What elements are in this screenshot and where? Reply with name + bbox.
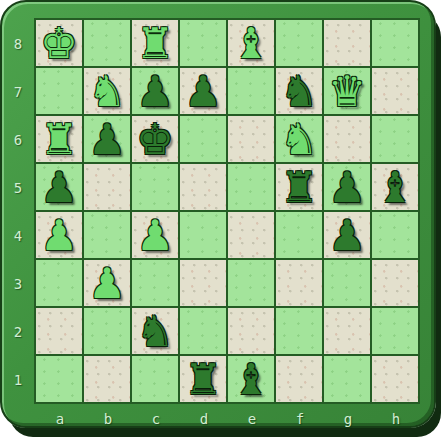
piece-dark-knight-c2[interactable]: ♞ [132, 308, 178, 354]
rank-label-6: 6 [2, 116, 34, 164]
square-a3[interactable] [36, 260, 82, 306]
square-a2[interactable] [36, 308, 82, 354]
square-d1[interactable]: ♜ [180, 356, 226, 402]
square-b6[interactable]: ♟ [84, 116, 130, 162]
piece-light-king-a8[interactable]: ♚ [36, 20, 82, 66]
square-c5[interactable] [132, 164, 178, 210]
square-f2[interactable] [276, 308, 322, 354]
square-f8[interactable] [276, 20, 322, 66]
square-a5[interactable]: ♟ [36, 164, 82, 210]
square-a1[interactable] [36, 356, 82, 402]
square-f1[interactable] [276, 356, 322, 402]
square-f4[interactable] [276, 212, 322, 258]
square-a4[interactable]: ♟ [36, 212, 82, 258]
piece-light-pawn-b3[interactable]: ♟ [84, 260, 130, 306]
file-label-d: d [180, 406, 228, 432]
board-frame: 87654321 abcdefgh ♚♜♝♞♟♟♞♛♜♟♚♞♟♜♟♝♟♟♟♟♞♜… [0, 0, 436, 428]
square-a8[interactable]: ♚ [36, 20, 82, 66]
piece-light-pawn-a4[interactable]: ♟ [36, 212, 82, 258]
piece-light-bishop-e8[interactable]: ♝ [228, 20, 274, 66]
rank-label-7: 7 [2, 68, 34, 116]
square-c3[interactable] [132, 260, 178, 306]
piece-light-pawn-c4[interactable]: ♟ [132, 212, 178, 258]
square-d3[interactable] [180, 260, 226, 306]
piece-dark-pawn-g4[interactable]: ♟ [324, 212, 370, 258]
piece-dark-bishop-h5[interactable]: ♝ [372, 164, 418, 210]
square-f3[interactable] [276, 260, 322, 306]
piece-dark-knight-f7[interactable]: ♞ [276, 68, 322, 114]
piece-light-queen-g7[interactable]: ♛ [324, 68, 370, 114]
rank-label-3: 3 [2, 260, 34, 308]
piece-dark-rook-f5[interactable]: ♜ [276, 164, 322, 210]
square-e6[interactable] [228, 116, 274, 162]
square-h1[interactable] [372, 356, 418, 402]
square-d2[interactable] [180, 308, 226, 354]
square-f7[interactable]: ♞ [276, 68, 322, 114]
square-b4[interactable] [84, 212, 130, 258]
square-h5[interactable]: ♝ [372, 164, 418, 210]
square-c2[interactable]: ♞ [132, 308, 178, 354]
rank-labels: 87654321 [2, 20, 34, 404]
chess-board: ♚♜♝♞♟♟♞♛♜♟♚♞♟♜♟♝♟♟♟♟♞♜♝ [34, 18, 420, 404]
square-a7[interactable] [36, 68, 82, 114]
square-f6[interactable]: ♞ [276, 116, 322, 162]
square-c1[interactable] [132, 356, 178, 402]
square-e5[interactable] [228, 164, 274, 210]
square-b1[interactable] [84, 356, 130, 402]
piece-dark-pawn-a5[interactable]: ♟ [36, 164, 82, 210]
file-label-f: f [276, 406, 324, 432]
piece-light-knight-b7[interactable]: ♞ [84, 68, 130, 114]
square-e7[interactable] [228, 68, 274, 114]
square-g1[interactable] [324, 356, 370, 402]
square-g6[interactable] [324, 116, 370, 162]
square-e8[interactable]: ♝ [228, 20, 274, 66]
file-label-e: e [228, 406, 276, 432]
square-e1[interactable]: ♝ [228, 356, 274, 402]
piece-dark-bishop-e1[interactable]: ♝ [228, 356, 274, 402]
square-d5[interactable] [180, 164, 226, 210]
square-c6[interactable]: ♚ [132, 116, 178, 162]
square-h7[interactable] [372, 68, 418, 114]
square-e3[interactable] [228, 260, 274, 306]
piece-dark-pawn-b6[interactable]: ♟ [84, 116, 130, 162]
square-h3[interactable] [372, 260, 418, 306]
rank-label-1: 1 [2, 356, 34, 404]
piece-dark-rook-d1[interactable]: ♜ [180, 356, 226, 402]
square-g8[interactable] [324, 20, 370, 66]
square-h6[interactable] [372, 116, 418, 162]
file-label-a: a [36, 406, 84, 432]
square-c7[interactable]: ♟ [132, 68, 178, 114]
square-b3[interactable]: ♟ [84, 260, 130, 306]
file-label-g: g [324, 406, 372, 432]
rank-label-8: 8 [2, 20, 34, 68]
piece-dark-pawn-c7[interactable]: ♟ [132, 68, 178, 114]
square-g5[interactable]: ♟ [324, 164, 370, 210]
square-g4[interactable]: ♟ [324, 212, 370, 258]
square-h8[interactable] [372, 20, 418, 66]
square-c4[interactable]: ♟ [132, 212, 178, 258]
piece-dark-pawn-d7[interactable]: ♟ [180, 68, 226, 114]
rank-label-4: 4 [2, 212, 34, 260]
piece-light-knight-f6[interactable]: ♞ [276, 116, 322, 162]
piece-dark-pawn-g5[interactable]: ♟ [324, 164, 370, 210]
piece-dark-king-c6[interactable]: ♚ [132, 116, 178, 162]
piece-light-rook-a6[interactable]: ♜ [36, 116, 82, 162]
square-h4[interactable] [372, 212, 418, 258]
square-e2[interactable] [228, 308, 274, 354]
square-d7[interactable]: ♟ [180, 68, 226, 114]
square-b8[interactable] [84, 20, 130, 66]
square-d4[interactable] [180, 212, 226, 258]
square-g3[interactable] [324, 260, 370, 306]
file-label-c: c [132, 406, 180, 432]
file-label-b: b [84, 406, 132, 432]
square-a6[interactable]: ♜ [36, 116, 82, 162]
square-d6[interactable] [180, 116, 226, 162]
square-g7[interactable]: ♛ [324, 68, 370, 114]
square-g2[interactable] [324, 308, 370, 354]
square-b2[interactable] [84, 308, 130, 354]
square-c8[interactable]: ♜ [132, 20, 178, 66]
square-e4[interactable] [228, 212, 274, 258]
file-labels: abcdefgh [36, 406, 420, 432]
square-f5[interactable]: ♜ [276, 164, 322, 210]
square-b5[interactable] [84, 164, 130, 210]
piece-light-rook-c8[interactable]: ♜ [132, 20, 178, 66]
file-label-h: h [372, 406, 420, 432]
square-h2[interactable] [372, 308, 418, 354]
rank-label-5: 5 [2, 164, 34, 212]
square-b7[interactable]: ♞ [84, 68, 130, 114]
square-d8[interactable] [180, 20, 226, 66]
rank-label-2: 2 [2, 308, 34, 356]
